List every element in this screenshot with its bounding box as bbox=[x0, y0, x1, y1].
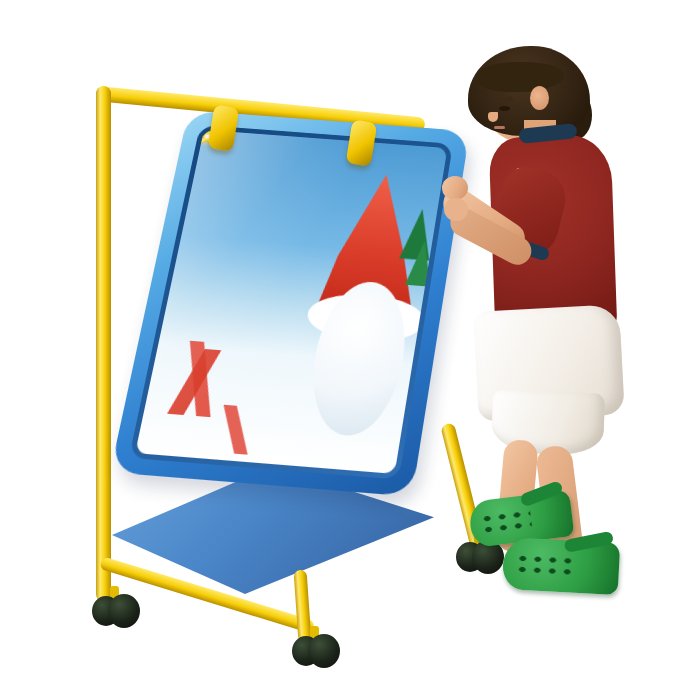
ear bbox=[530, 86, 549, 110]
green-clog-right bbox=[502, 537, 621, 595]
peg-board: ★★ bbox=[110, 110, 470, 496]
mouth bbox=[494, 126, 505, 129]
clog-holes bbox=[514, 552, 573, 578]
hand-fist bbox=[444, 198, 468, 221]
caster-wheel-back-left bbox=[92, 592, 142, 630]
caster-disc bbox=[308, 634, 340, 668]
hand-fist bbox=[442, 176, 468, 200]
easel-back-post bbox=[96, 86, 111, 602]
product-photo-scene: ★★ bbox=[0, 0, 700, 700]
clog-holes bbox=[479, 508, 532, 534]
caster-disc bbox=[108, 594, 140, 628]
eye bbox=[499, 106, 510, 111]
caster-wheel-front-center bbox=[292, 632, 342, 670]
nose bbox=[488, 112, 498, 122]
